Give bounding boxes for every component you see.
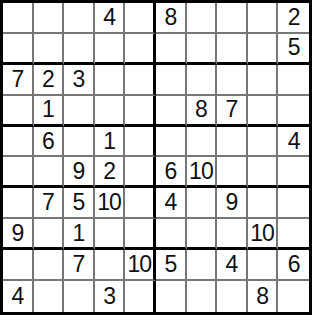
cell-r8c6[interactable] <box>156 219 187 250</box>
cell-r1c1[interactable] <box>3 3 34 34</box>
cell-r1c6[interactable]: 8 <box>156 3 187 34</box>
cell-r4c4[interactable] <box>95 96 126 127</box>
cell-r3c5[interactable] <box>125 65 156 96</box>
cell-r9c2[interactable] <box>34 250 65 281</box>
cell-r10c1[interactable]: 4 <box>3 281 34 312</box>
cell-r7c10[interactable] <box>278 188 309 219</box>
cell-r4c9[interactable] <box>248 96 279 127</box>
cell-r5c1[interactable] <box>3 127 34 158</box>
cell-r10c2[interactable] <box>34 281 65 312</box>
cell-r9c4[interactable] <box>95 250 126 281</box>
cell-r3c6[interactable] <box>156 65 187 96</box>
cell-r6c4[interactable]: 2 <box>95 157 126 188</box>
cell-r3c3[interactable]: 3 <box>64 65 95 96</box>
cell-r2c1[interactable] <box>3 34 34 65</box>
cell-r9c8[interactable]: 4 <box>217 250 248 281</box>
cell-r8c7[interactable] <box>187 219 218 250</box>
cell-r4c6[interactable] <box>156 96 187 127</box>
cell-r10c10[interactable] <box>278 281 309 312</box>
cell-r2c8[interactable] <box>217 34 248 65</box>
cell-r6c8[interactable] <box>217 157 248 188</box>
sudoku-board: 4825723187614926107510499110710546438 <box>0 0 312 315</box>
cell-r1c2[interactable] <box>34 3 65 34</box>
cell-r8c10[interactable] <box>278 219 309 250</box>
cell-r6c7[interactable]: 10 <box>187 157 218 188</box>
cell-r9c7[interactable] <box>187 250 218 281</box>
cell-r5c10[interactable]: 4 <box>278 127 309 158</box>
cell-r2c10[interactable]: 5 <box>278 34 309 65</box>
cell-r4c10[interactable] <box>278 96 309 127</box>
cell-r5c6[interactable] <box>156 127 187 158</box>
cell-r6c10[interactable] <box>278 157 309 188</box>
cell-r10c7[interactable] <box>187 281 218 312</box>
cell-r3c1[interactable]: 7 <box>3 65 34 96</box>
cell-r5c2[interactable]: 6 <box>34 127 65 158</box>
cell-r1c4[interactable]: 4 <box>95 3 126 34</box>
cell-r1c5[interactable] <box>125 3 156 34</box>
cell-r7c8[interactable]: 9 <box>217 188 248 219</box>
cell-r10c6[interactable] <box>156 281 187 312</box>
cell-r7c4[interactable]: 10 <box>95 188 126 219</box>
cell-r4c2[interactable]: 1 <box>34 96 65 127</box>
cell-r10c4[interactable]: 3 <box>95 281 126 312</box>
cell-r7c3[interactable]: 5 <box>64 188 95 219</box>
cell-r8c2[interactable] <box>34 219 65 250</box>
cell-r1c10[interactable]: 2 <box>278 3 309 34</box>
cell-r8c1[interactable]: 9 <box>3 219 34 250</box>
cell-r1c8[interactable] <box>217 3 248 34</box>
cell-r7c9[interactable] <box>248 188 279 219</box>
cell-r3c7[interactable] <box>187 65 218 96</box>
cell-r5c7[interactable] <box>187 127 218 158</box>
cell-r2c4[interactable] <box>95 34 126 65</box>
cell-r1c9[interactable] <box>248 3 279 34</box>
cell-r10c8[interactable] <box>217 281 248 312</box>
cell-r8c9[interactable]: 10 <box>248 219 279 250</box>
cell-r10c9[interactable]: 8 <box>248 281 279 312</box>
cell-r5c8[interactable] <box>217 127 248 158</box>
cell-r3c9[interactable] <box>248 65 279 96</box>
cell-r3c8[interactable] <box>217 65 248 96</box>
cell-r9c1[interactable] <box>3 250 34 281</box>
cell-r4c8[interactable]: 7 <box>217 96 248 127</box>
cell-r7c1[interactable] <box>3 188 34 219</box>
cell-r10c3[interactable] <box>64 281 95 312</box>
cell-r2c5[interactable] <box>125 34 156 65</box>
cell-r7c5[interactable] <box>125 188 156 219</box>
cell-r6c1[interactable] <box>3 157 34 188</box>
cell-r6c6[interactable]: 6 <box>156 157 187 188</box>
cell-r1c7[interactable] <box>187 3 218 34</box>
cell-r3c10[interactable] <box>278 65 309 96</box>
cell-r5c5[interactable] <box>125 127 156 158</box>
cell-r2c6[interactable] <box>156 34 187 65</box>
cell-r2c9[interactable] <box>248 34 279 65</box>
cell-r3c4[interactable] <box>95 65 126 96</box>
cell-r6c2[interactable] <box>34 157 65 188</box>
cell-r7c2[interactable]: 7 <box>34 188 65 219</box>
cell-r7c7[interactable] <box>187 188 218 219</box>
cell-r6c5[interactable] <box>125 157 156 188</box>
cell-r2c3[interactable] <box>64 34 95 65</box>
cell-r4c3[interactable] <box>64 96 95 127</box>
cell-r9c5[interactable]: 10 <box>125 250 156 281</box>
cell-r6c9[interactable] <box>248 157 279 188</box>
cell-r2c2[interactable] <box>34 34 65 65</box>
cell-r4c5[interactable] <box>125 96 156 127</box>
cell-r9c10[interactable]: 6 <box>278 250 309 281</box>
cell-r8c5[interactable] <box>125 219 156 250</box>
cell-r9c6[interactable]: 5 <box>156 250 187 281</box>
cell-r3c2[interactable]: 2 <box>34 65 65 96</box>
cell-r8c3[interactable]: 1 <box>64 219 95 250</box>
cell-r9c9[interactable] <box>248 250 279 281</box>
cell-r1c3[interactable] <box>64 3 95 34</box>
cell-r5c4[interactable]: 1 <box>95 127 126 158</box>
cell-r8c8[interactable] <box>217 219 248 250</box>
cell-r9c3[interactable]: 7 <box>64 250 95 281</box>
cell-r6c3[interactable]: 9 <box>64 157 95 188</box>
cell-r4c1[interactable] <box>3 96 34 127</box>
cell-r10c5[interactable] <box>125 281 156 312</box>
cell-r5c3[interactable] <box>64 127 95 158</box>
cell-r5c9[interactable] <box>248 127 279 158</box>
cell-r8c4[interactable] <box>95 219 126 250</box>
cell-r4c7[interactable]: 8 <box>187 96 218 127</box>
cell-r2c7[interactable] <box>187 34 218 65</box>
cell-r7c6[interactable]: 4 <box>156 188 187 219</box>
